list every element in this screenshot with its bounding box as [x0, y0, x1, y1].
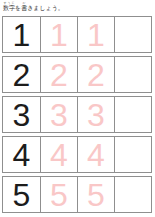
- title-text: 数字: [3, 5, 15, 11]
- given-number-cell: 5: [3, 177, 40, 212]
- number-row-4: 4 4 4: [2, 136, 152, 173]
- title-word-suuji: 数字すうじ: [3, 5, 15, 11]
- practice-cell: [114, 137, 151, 172]
- given-number-cell: 2: [3, 57, 40, 92]
- trace-number-cell: 2: [77, 57, 114, 92]
- page-title: 数字すうじを書かきましょう。: [3, 1, 64, 12]
- number-row-1: 1 1 1: [2, 16, 152, 53]
- trace-number-cell: 5: [40, 177, 77, 212]
- number-row-5: 5 5 5: [2, 176, 152, 213]
- given-number-cell: 4: [3, 137, 40, 172]
- trace-number-cell: 5: [77, 177, 114, 212]
- trace-number-cell: 1: [40, 17, 77, 52]
- furigana-suuji: すうじ: [3, 1, 15, 5]
- number-row-2: 2 2 2: [2, 56, 152, 93]
- given-number-cell: 3: [3, 97, 40, 132]
- title-text: きましょう。: [27, 5, 64, 11]
- trace-number-cell: 4: [40, 137, 77, 172]
- given-number-cell: 1: [3, 17, 40, 52]
- trace-number-cell: 2: [40, 57, 77, 92]
- worksheet-page: 数字すうじを書かきましょう。 1 1 1 2 2 2 3 3 3 4 4 4 5: [0, 0, 155, 217]
- practice-cell: [114, 17, 151, 52]
- trace-number-cell: 3: [77, 97, 114, 132]
- number-row-3: 3 3 3: [2, 96, 152, 133]
- practice-cell: [114, 57, 151, 92]
- trace-number-cell: 1: [77, 17, 114, 52]
- practice-cell: [114, 177, 151, 212]
- trace-number-cell: 4: [77, 137, 114, 172]
- number-grid: 1 1 1 2 2 2 3 3 3 4 4 4 5 5 5: [2, 16, 152, 213]
- practice-cell: [114, 97, 151, 132]
- furigana-ka: か: [21, 1, 27, 5]
- trace-number-cell: 3: [40, 97, 77, 132]
